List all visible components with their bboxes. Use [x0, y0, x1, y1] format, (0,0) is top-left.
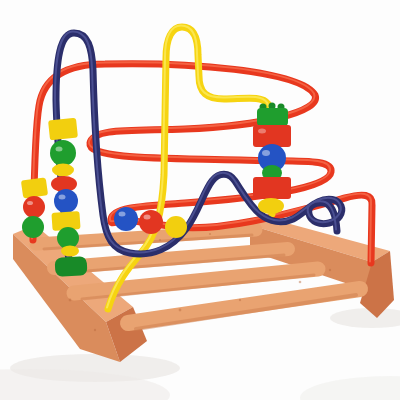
bead-highlight	[56, 147, 63, 152]
bead-highlight	[119, 212, 126, 217]
bead-highlight	[59, 195, 66, 200]
bead-green-sphere	[22, 216, 44, 238]
bead-column-left-red-wire	[21, 177, 48, 238]
bead-red-cube	[253, 177, 291, 199]
rung-mid-2	[74, 269, 318, 293]
bead-maze-toy-photo	[0, 0, 400, 400]
bead-highlight	[262, 150, 270, 156]
bead-green-sphere	[50, 140, 76, 166]
bead-yellow-sphere	[165, 216, 187, 238]
bead-yellow-cube	[21, 177, 48, 198]
rung-front	[128, 289, 360, 323]
bead-blue-sphere	[54, 189, 78, 213]
bead-red-cube	[253, 125, 291, 147]
bead-blue-sphere	[114, 207, 138, 231]
bead-stack-yellow-wire	[253, 103, 291, 215]
photo-canvas	[0, 0, 400, 400]
bead-yellow-disc	[61, 246, 79, 257]
bead-yellow-disc	[52, 164, 74, 177]
shadow-corner-right	[300, 376, 400, 400]
bead-green-barrel	[55, 256, 88, 277]
bead-highlight	[258, 129, 266, 134]
shadow-right	[330, 308, 400, 328]
bead-yellow-cube	[48, 118, 78, 141]
bead-highlight	[27, 201, 33, 205]
bead-green-cylinder	[257, 108, 288, 126]
bead-red-sphere	[139, 210, 163, 234]
bead-red-sphere	[23, 196, 45, 218]
bead-yellow-disc	[258, 198, 284, 214]
bead-highlight	[144, 215, 151, 220]
